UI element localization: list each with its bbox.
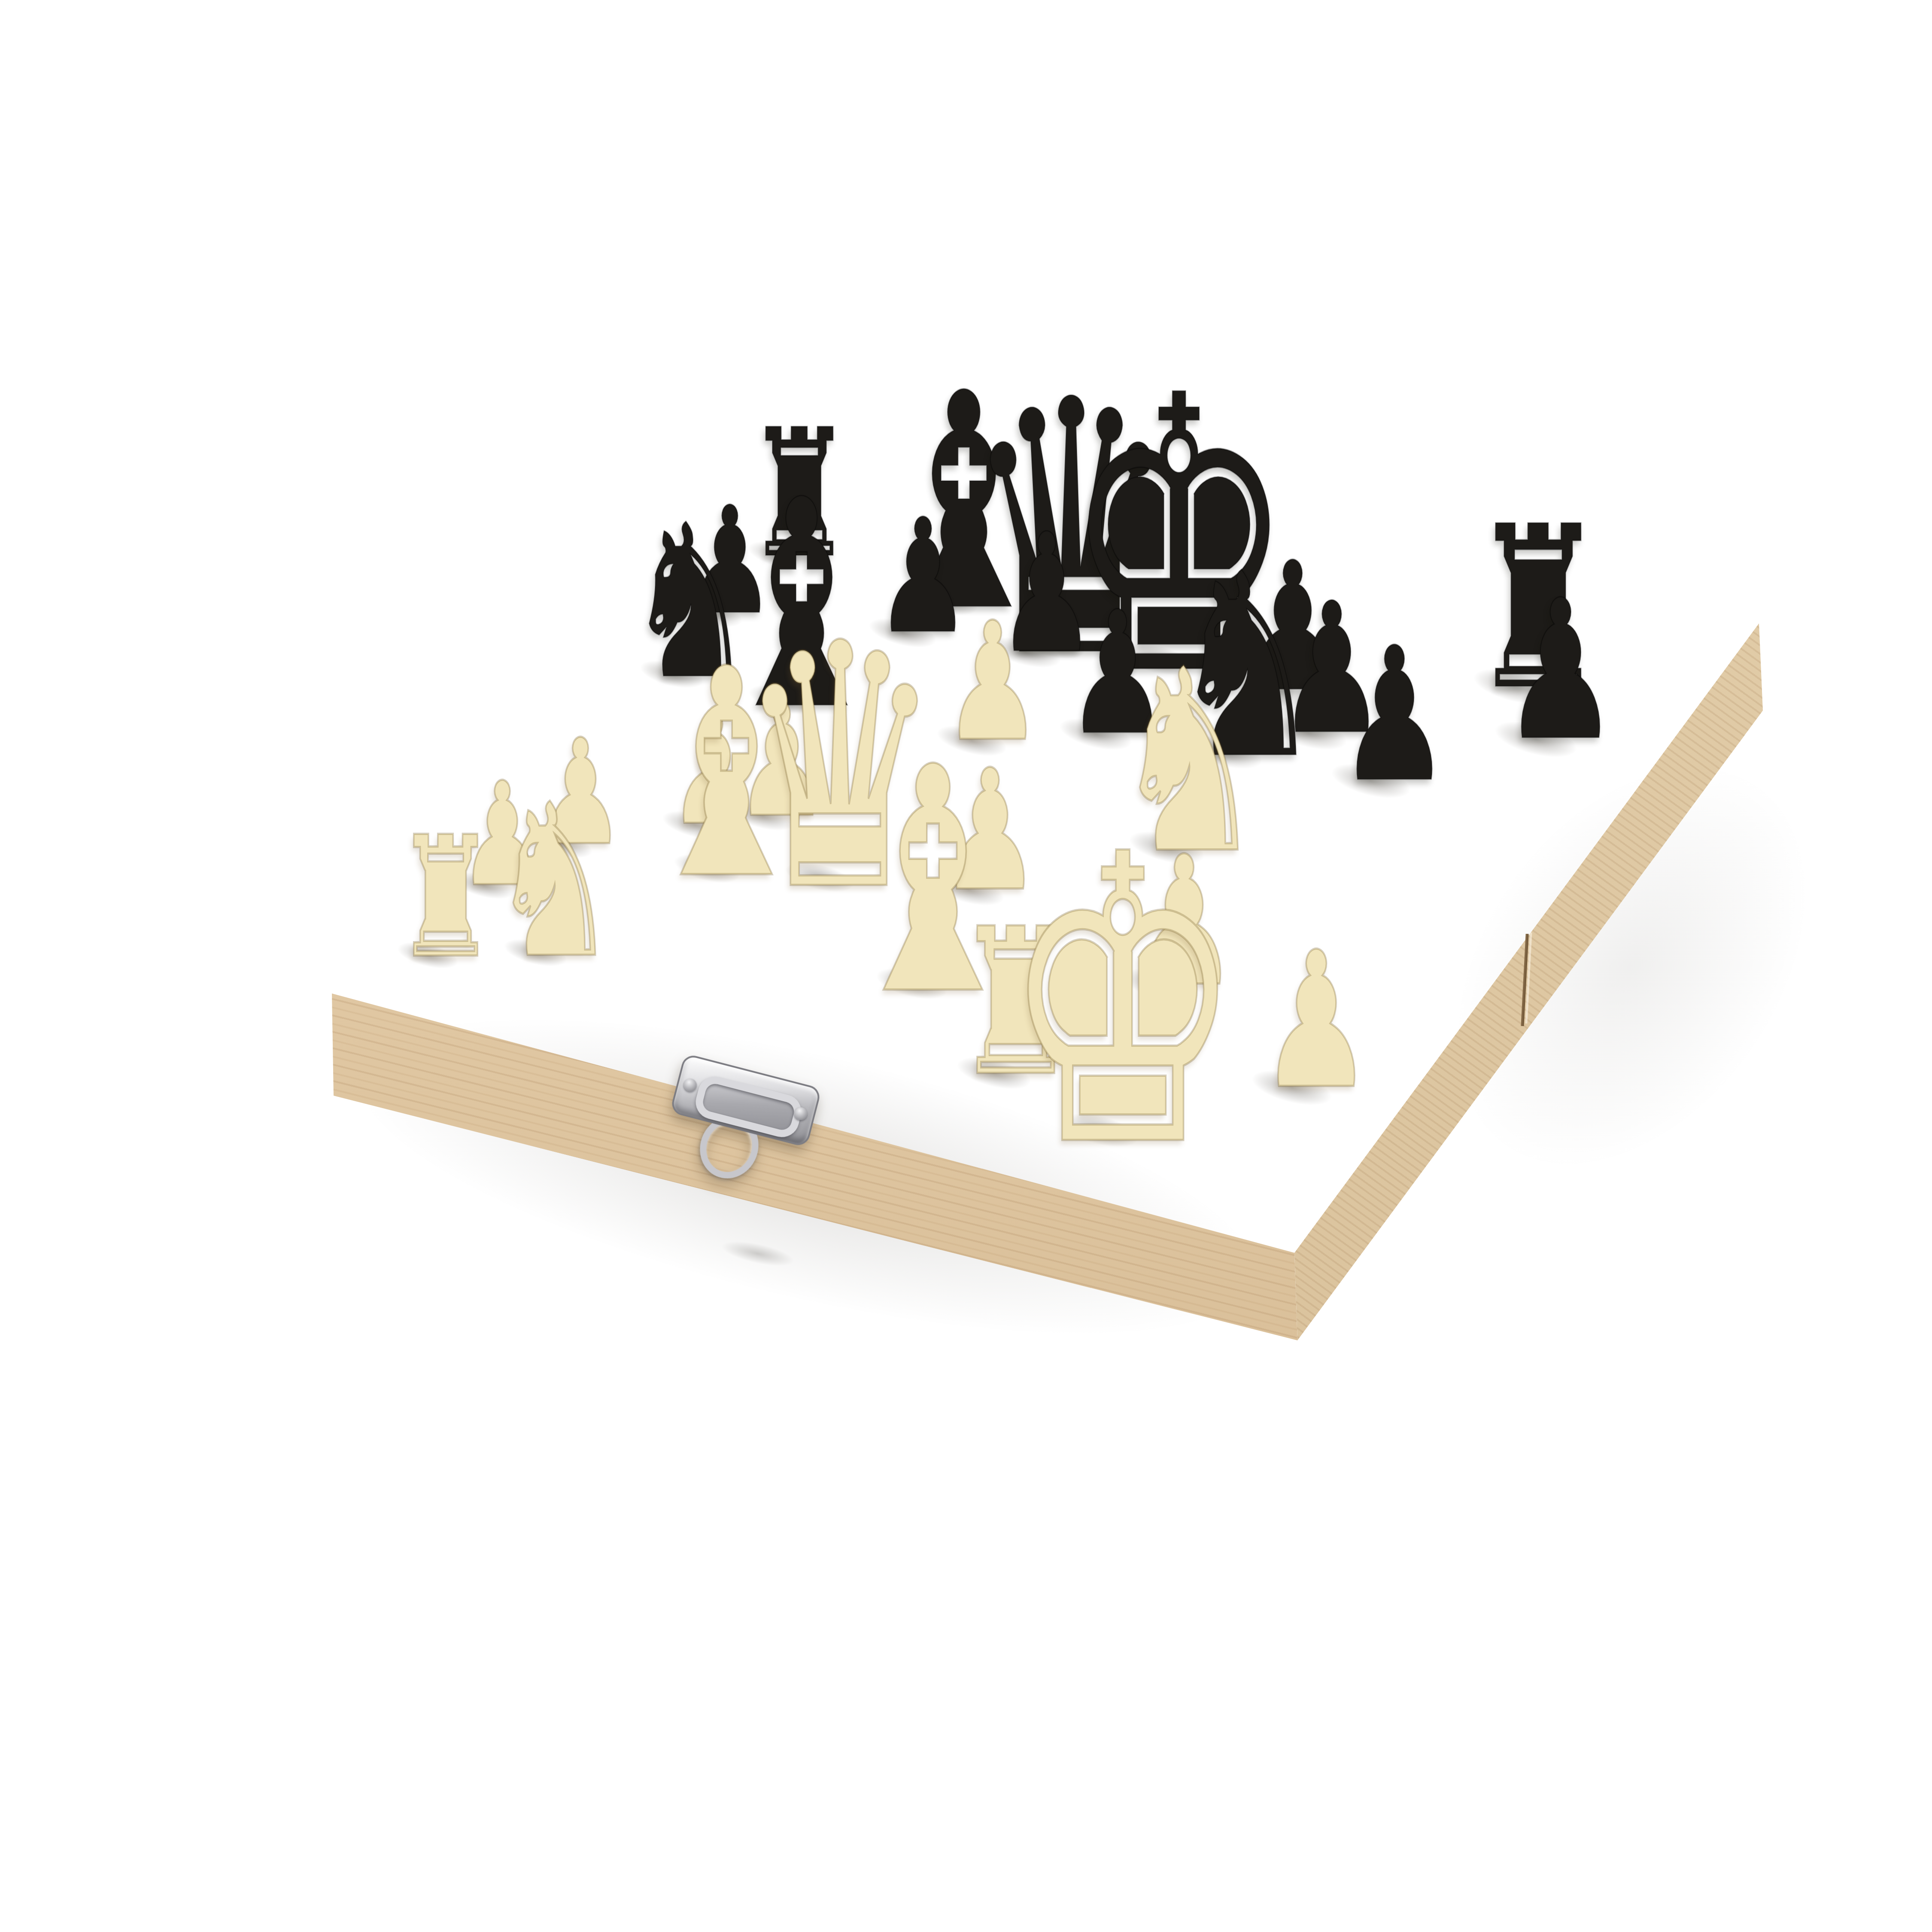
piece-white-king-g1[interactable]: ♚: [1002, 803, 1244, 1201]
piece-black-pawn-g6[interactable]: ♟: [1338, 623, 1451, 808]
product-photo-stage: ♜♟♞♝♝♟♛♟♚♟♞♟♟♟♟♜♜♟♟♞♟♟♝♛♟♟♝♜♞♚♟♟: [0, 0, 1932, 1932]
piece-white-rook-a1[interactable]: ♜: [395, 814, 496, 981]
piece-white-knight-b1[interactable]: ♞: [490, 776, 618, 987]
piece-black-pawn-h7[interactable]: ♟: [1502, 574, 1619, 767]
piece-white-pawn-h2[interactable]: ♟: [1259, 927, 1373, 1115]
